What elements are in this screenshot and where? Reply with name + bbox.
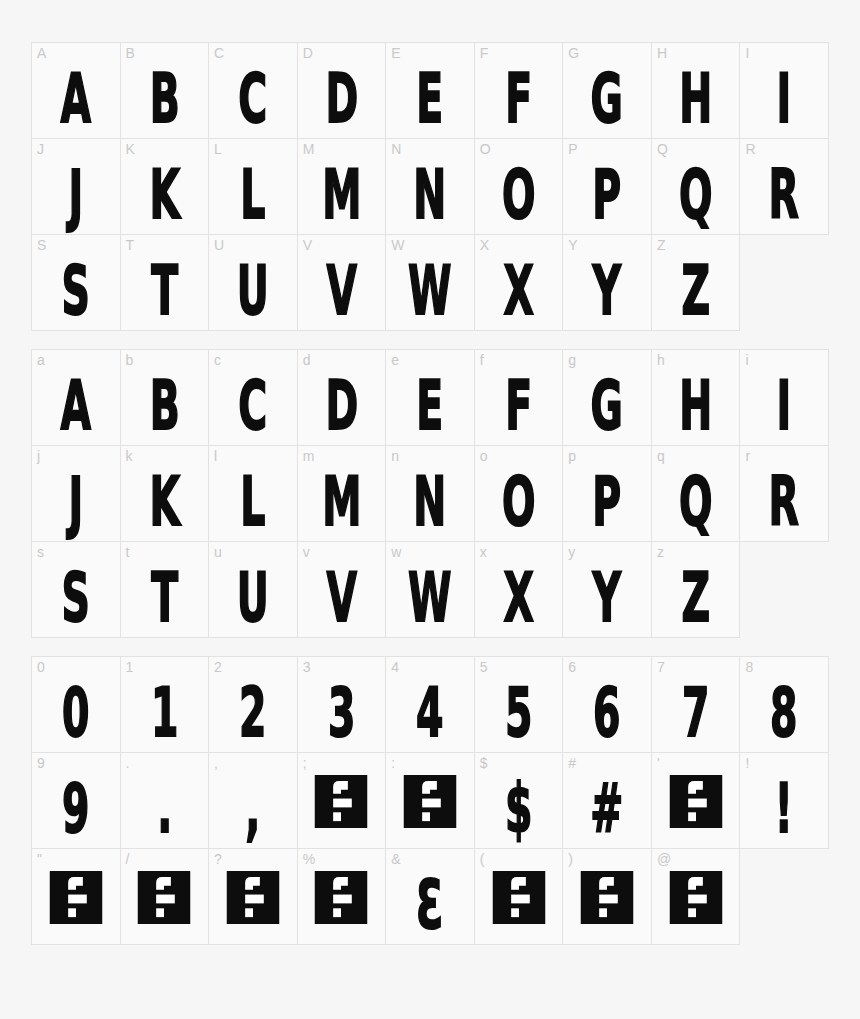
glyph-cell: wW — [386, 542, 475, 638]
glyph: ! — [759, 775, 810, 843]
glyph: N — [405, 468, 456, 536]
glyph-cell-label: l — [214, 448, 217, 465]
glyph: 1 — [139, 679, 190, 747]
missing-glyph-icon — [315, 871, 368, 924]
glyph-cell: BB — [121, 43, 210, 139]
glyph: R — [759, 468, 810, 536]
glyph-cell: II — [740, 43, 829, 139]
glyph-cell-label: ? — [214, 851, 222, 868]
missing-glyph-icon — [492, 871, 545, 924]
glyph-cell: % — [298, 849, 387, 945]
glyph-cell: EE — [386, 43, 475, 139]
glyph: B — [139, 65, 190, 133]
glyph: F — [493, 372, 544, 440]
glyph-cell-label: 4 — [391, 659, 399, 676]
glyph-cell: NN — [386, 139, 475, 235]
glyph: A — [50, 65, 101, 133]
glyph-cell-label: ! — [745, 755, 749, 772]
glyph-cell: 00 — [32, 657, 121, 753]
glyph-blocks: AABBCCDDEEFFGGHHIIJJKKLLMMNNOOPPQQRRSSTT… — [0, 0, 860, 945]
glyph-cell-label: X — [480, 237, 489, 254]
glyph-cell: ? — [209, 849, 298, 945]
glyph-cell-label: $ — [480, 755, 488, 772]
glyph-cell: XX — [475, 235, 564, 331]
glyph-cell: 44 — [386, 657, 475, 753]
glyph: Q — [670, 161, 721, 229]
glyph-cell-label: % — [303, 851, 315, 868]
glyph: C — [227, 65, 278, 133]
glyph-cell-label: S — [37, 237, 46, 254]
glyph-cell: VV — [298, 235, 387, 331]
glyph-cell-label: d — [303, 352, 311, 369]
glyph-cell: UU — [209, 235, 298, 331]
glyph-cell: 99 — [32, 753, 121, 849]
glyph-cell-label: H — [657, 45, 667, 62]
glyph-cell: 88 — [740, 657, 829, 753]
glyph-cell: 77 — [652, 657, 741, 753]
glyph-cell: gG — [563, 350, 652, 446]
glyph-cell-label: V — [303, 237, 312, 254]
glyph: V — [316, 564, 367, 632]
glyph: H — [670, 65, 721, 133]
glyph-cell: !! — [740, 753, 829, 849]
glyph-cell: DD — [298, 43, 387, 139]
glyph: 3 — [316, 679, 367, 747]
glyph-cell-label: , — [214, 755, 218, 772]
glyph-cell: fF — [475, 350, 564, 446]
glyph-cell: PP — [563, 139, 652, 235]
glyph-cell-label: o — [480, 448, 488, 465]
glyph-cell: YY — [563, 235, 652, 331]
glyph-cell: pP — [563, 446, 652, 542]
glyph-cell: qQ — [652, 446, 741, 542]
glyph-cell-label: E — [391, 45, 400, 62]
glyph-cell-label: / — [126, 851, 130, 868]
glyph-cell-label: z — [657, 544, 664, 561]
glyph: 2 — [227, 679, 278, 747]
glyph: . — [139, 775, 190, 843]
glyph: , — [227, 775, 278, 843]
glyph: Y — [582, 257, 633, 325]
glyph: W — [405, 564, 456, 632]
glyph-cell: tT — [121, 542, 210, 638]
glyph-cell: rR — [740, 446, 829, 542]
glyph-cell-label: I — [745, 45, 749, 62]
glyph-cell: TT — [121, 235, 210, 331]
glyph-cell-label: Y — [568, 237, 577, 254]
glyph-cell: bB — [121, 350, 210, 446]
glyph-cell: zZ — [652, 542, 741, 638]
glyph: E — [405, 372, 456, 440]
glyph-cell: @ — [652, 849, 741, 945]
glyph-cell: 33 — [298, 657, 387, 753]
glyph-cell-label: R — [745, 141, 755, 158]
glyph-cell-label: ' — [657, 755, 660, 772]
glyph-cell-label: U — [214, 237, 224, 254]
glyph-cell: / — [121, 849, 210, 945]
glyph-cell-label: ) — [568, 851, 573, 868]
glyph: S — [50, 564, 101, 632]
glyph: 9 — [50, 775, 101, 843]
glyph-cell-label: h — [657, 352, 665, 369]
glyph: U — [227, 564, 278, 632]
glyph-cell: 66 — [563, 657, 652, 753]
glyph: D — [316, 65, 367, 133]
glyph: G — [582, 372, 633, 440]
glyph: C — [227, 372, 278, 440]
glyph-cell: FF — [475, 43, 564, 139]
glyph: U — [227, 257, 278, 325]
glyph: 5 — [493, 679, 544, 747]
glyph: L — [227, 468, 278, 536]
glyph: A — [50, 372, 101, 440]
glyph: O — [493, 468, 544, 536]
glyph: P — [582, 161, 633, 229]
glyph-cell-label: # — [568, 755, 576, 772]
glyph-cell: lL — [209, 446, 298, 542]
glyph-cell: cC — [209, 350, 298, 446]
glyph-cell: uU — [209, 542, 298, 638]
glyph-cell: aA — [32, 350, 121, 446]
glyph: I — [759, 65, 810, 133]
glyph-cell-label: 7 — [657, 659, 665, 676]
glyph-cell: OO — [475, 139, 564, 235]
glyph: Q — [670, 468, 721, 536]
glyph-cell: .. — [121, 753, 210, 849]
glyph-cell-label: w — [391, 544, 401, 561]
glyph-cell-label: 5 — [480, 659, 488, 676]
glyph: M — [316, 468, 367, 536]
glyph: Z — [670, 257, 721, 325]
glyph-cell-label: : — [391, 755, 395, 772]
glyph-cell-label: ( — [480, 851, 485, 868]
glyph-cell-label: F — [480, 45, 489, 62]
glyph-cell: RR — [740, 139, 829, 235]
glyph-cell-label: 6 — [568, 659, 576, 676]
glyph-cell-label: N — [391, 141, 401, 158]
glyph-cell-label: ; — [303, 755, 307, 772]
glyph-cell: JJ — [32, 139, 121, 235]
glyph-cell: xX — [475, 542, 564, 638]
glyph: J — [50, 161, 101, 229]
glyph-cell-label: f — [480, 352, 484, 369]
glyph: X — [493, 257, 544, 325]
glyph: K — [139, 161, 190, 229]
glyph-cell-label: q — [657, 448, 665, 465]
glyph-cell: eE — [386, 350, 475, 446]
glyph-cell-label: 9 — [37, 755, 45, 772]
glyph-cell: 22 — [209, 657, 298, 753]
glyph-cell-label: . — [126, 755, 130, 772]
glyph-cell-label: P — [568, 141, 577, 158]
glyph-cell-label: 1 — [126, 659, 134, 676]
missing-glyph-icon — [403, 775, 456, 828]
glyph: N — [405, 161, 456, 229]
missing-glyph-icon — [581, 871, 634, 924]
glyph-cell: &Ɛ — [386, 849, 475, 945]
glyph-cell: ; — [298, 753, 387, 849]
glyph: W — [405, 257, 456, 325]
glyph: M — [316, 161, 367, 229]
glyph: P — [582, 468, 633, 536]
glyph-cell-label: A — [37, 45, 46, 62]
glyph-cell-label: 3 — [303, 659, 311, 676]
glyph: K — [139, 468, 190, 536]
glyph-cell: ( — [475, 849, 564, 945]
glyph-cell: WW — [386, 235, 475, 331]
glyph-cell-label: B — [126, 45, 135, 62]
glyph-cell-label: T — [126, 237, 135, 254]
glyph-cell-label: 2 — [214, 659, 222, 676]
glyph: D — [316, 372, 367, 440]
glyph: 8 — [759, 679, 810, 747]
glyph-cell: ' — [652, 753, 741, 849]
glyph-cell-label: K — [126, 141, 135, 158]
glyph-cell-label: O — [480, 141, 491, 158]
missing-glyph-icon — [49, 871, 102, 924]
glyph-cell-label: s — [37, 544, 44, 561]
glyph: E — [405, 65, 456, 133]
glyph: T — [139, 257, 190, 325]
glyph-cell: hH — [652, 350, 741, 446]
glyph: 4 — [405, 679, 456, 747]
glyph-cell-label: t — [126, 544, 130, 561]
missing-glyph-icon — [138, 871, 191, 924]
glyph: V — [316, 257, 367, 325]
glyph-cell: mM — [298, 446, 387, 542]
glyph: 0 — [50, 679, 101, 747]
glyph-cell-label: i — [745, 352, 748, 369]
glyph-cell: ) — [563, 849, 652, 945]
glyph-cell: LL — [209, 139, 298, 235]
glyph-cell-label: m — [303, 448, 315, 465]
glyph-cell-label: Q — [657, 141, 668, 158]
glyph-cell: vV — [298, 542, 387, 638]
glyph-cell: jJ — [32, 446, 121, 542]
glyph: S — [50, 257, 101, 325]
glyph-cell: sS — [32, 542, 121, 638]
glyph-cell-label: n — [391, 448, 399, 465]
glyph-cell-label: b — [126, 352, 134, 369]
glyph-cell: 11 — [121, 657, 210, 753]
glyph-cell-label: u — [214, 544, 222, 561]
glyph-cell-label: M — [303, 141, 315, 158]
glyph-cell-label: G — [568, 45, 579, 62]
missing-glyph-icon — [669, 871, 722, 924]
glyph-cell-label: x — [480, 544, 487, 561]
glyph-cell: $$ — [475, 753, 564, 849]
glyph-cell: 55 — [475, 657, 564, 753]
glyph-cell-label: 0 — [37, 659, 45, 676]
glyph-cell: ,, — [209, 753, 298, 849]
glyph-cell: CC — [209, 43, 298, 139]
glyph-cell-label: Z — [657, 237, 666, 254]
glyph-cell-label: & — [391, 851, 400, 868]
glyph-cell: KK — [121, 139, 210, 235]
glyph: Z — [670, 564, 721, 632]
glyph-cell-label: " — [37, 851, 42, 868]
glyph: T — [139, 564, 190, 632]
glyph: Y — [582, 564, 633, 632]
glyph-cell-label: W — [391, 237, 404, 254]
glyph-cell: iI — [740, 350, 829, 446]
glyph-cell: : — [386, 753, 475, 849]
glyph-cell: GG — [563, 43, 652, 139]
glyph: R — [759, 161, 810, 229]
glyph-cell: SS — [32, 235, 121, 331]
glyph-cell-label: p — [568, 448, 576, 465]
glyph: $ — [493, 775, 544, 843]
glyph: G — [582, 65, 633, 133]
glyph-cell: nN — [386, 446, 475, 542]
glyph-cell-label: C — [214, 45, 224, 62]
glyph: B — [139, 372, 190, 440]
glyph-block-uppercase: AABBCCDDEEFFGGHHIIJJKKLLMMNNOOPPQQRRSSTT… — [31, 42, 829, 331]
glyph-block-lowercase: aAbBcCdDeEfFgGhHiIjJkKlLmMnNoOpPqQrRsStT… — [31, 349, 829, 638]
glyph-cell-label: c — [214, 352, 221, 369]
glyph-cell-label: k — [126, 448, 133, 465]
glyph: J — [50, 468, 101, 536]
glyph: X — [493, 564, 544, 632]
glyph-cell-label: e — [391, 352, 399, 369]
glyph-block-digits-punctuation: 00112233445566778899..,,; : $$##' !!" / … — [31, 656, 829, 945]
glyph: H — [670, 372, 721, 440]
glyph: # — [582, 775, 633, 843]
glyph-cell-label: D — [303, 45, 313, 62]
missing-glyph-icon — [226, 871, 279, 924]
glyph-cell: dD — [298, 350, 387, 446]
glyph-cell-label: j — [37, 448, 40, 465]
glyph-cell-label: r — [745, 448, 750, 465]
glyph-cell: kK — [121, 446, 210, 542]
glyph-cell: ## — [563, 753, 652, 849]
glyph: O — [493, 161, 544, 229]
glyph-cell-label: J — [37, 141, 44, 158]
glyph-cell: QQ — [652, 139, 741, 235]
glyph-cell-label: a — [37, 352, 45, 369]
glyph-cell-label: 8 — [745, 659, 753, 676]
glyph-cell: oO — [475, 446, 564, 542]
glyph: 6 — [582, 679, 633, 747]
missing-glyph-icon — [315, 775, 368, 828]
glyph-cell-label: @ — [657, 851, 671, 868]
glyph-cell: MM — [298, 139, 387, 235]
glyph-cell: " — [32, 849, 121, 945]
glyph-cell-label: L — [214, 141, 222, 158]
glyph: Ɛ — [405, 871, 456, 939]
glyph-cell-label: v — [303, 544, 310, 561]
glyph-cell: AA — [32, 43, 121, 139]
glyph: F — [493, 65, 544, 133]
glyph: L — [227, 161, 278, 229]
glyph: 7 — [670, 679, 721, 747]
glyph-cell: yY — [563, 542, 652, 638]
glyph-cell: ZZ — [652, 235, 741, 331]
glyph-cell-label: y — [568, 544, 575, 561]
glyph: I — [759, 372, 810, 440]
glyph-cell-label: g — [568, 352, 576, 369]
missing-glyph-icon — [669, 775, 722, 828]
glyph-cell: HH — [652, 43, 741, 139]
